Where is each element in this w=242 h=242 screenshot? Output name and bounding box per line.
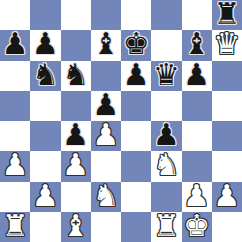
white-pawn-c3[interactable]: ♟ <box>62 150 89 180</box>
square-b1[interactable] <box>30 212 60 242</box>
square-a5[interactable] <box>0 91 30 121</box>
square-h4[interactable] <box>212 121 242 151</box>
square-a1[interactable]: ♜ <box>0 212 30 242</box>
square-f6[interactable]: ♛ <box>151 61 181 91</box>
black-queen-f6[interactable]: ♛ <box>153 60 180 90</box>
square-d1[interactable] <box>91 212 121 242</box>
white-rook-a1[interactable]: ♜ <box>2 211 29 241</box>
white-pawn-b2[interactable]: ♟ <box>32 181 59 211</box>
black-bishop-g7[interactable]: ♝ <box>183 29 210 59</box>
white-pawn-d4[interactable]: ♟ <box>92 120 119 150</box>
square-d4[interactable]: ♟ <box>91 121 121 151</box>
black-pawn-c4[interactable]: ♟ <box>62 120 89 150</box>
square-c6[interactable]: ♞ <box>61 61 91 91</box>
black-king-e7[interactable]: ♚ <box>123 29 150 59</box>
square-h2[interactable]: ♟ <box>212 182 242 212</box>
square-f8[interactable] <box>151 0 181 30</box>
square-g1[interactable]: ♚ <box>182 212 212 242</box>
white-knight-f3[interactable]: ♞ <box>153 150 180 180</box>
square-b6[interactable]: ♞ <box>30 61 60 91</box>
black-pawn-g6[interactable]: ♟ <box>183 60 210 90</box>
square-h1[interactable] <box>212 212 242 242</box>
white-pawn-h2[interactable]: ♟ <box>213 181 240 211</box>
square-e6[interactable]: ♟ <box>121 61 151 91</box>
square-a6[interactable] <box>0 61 30 91</box>
square-a3[interactable]: ♟ <box>0 151 30 181</box>
square-a7[interactable]: ♟ <box>0 30 30 60</box>
square-b5[interactable] <box>30 91 60 121</box>
white-queen-h7[interactable]: ♛ <box>213 29 240 59</box>
square-h5[interactable] <box>212 91 242 121</box>
square-h6[interactable] <box>212 61 242 91</box>
black-knight-b6[interactable]: ♞ <box>32 60 59 90</box>
square-f3[interactable]: ♞ <box>151 151 181 181</box>
square-h7[interactable]: ♛ <box>212 30 242 60</box>
black-knight-c6[interactable]: ♞ <box>62 60 89 90</box>
white-rook-f1[interactable]: ♜ <box>153 211 180 241</box>
square-g4[interactable] <box>182 121 212 151</box>
white-king-g1[interactable]: ♚ <box>183 211 210 241</box>
black-pawn-e6[interactable]: ♟ <box>123 60 150 90</box>
black-pawn-f4[interactable]: ♟ <box>153 120 180 150</box>
square-g5[interactable] <box>182 91 212 121</box>
black-pawn-b7[interactable]: ♟ <box>32 29 59 59</box>
square-d7[interactable]: ♝ <box>91 30 121 60</box>
square-c1[interactable]: ♝ <box>61 212 91 242</box>
white-bishop-c1[interactable]: ♝ <box>62 211 89 241</box>
square-e1[interactable] <box>121 212 151 242</box>
square-b2[interactable]: ♟ <box>30 182 60 212</box>
black-pawn-d5[interactable]: ♟ <box>92 90 119 120</box>
white-knight-d2[interactable]: ♞ <box>92 181 119 211</box>
black-rook-h8[interactable]: ♜ <box>213 0 240 29</box>
square-e4[interactable] <box>121 121 151 151</box>
square-b4[interactable] <box>30 121 60 151</box>
square-c8[interactable] <box>61 0 91 30</box>
black-pawn-a7[interactable]: ♟ <box>2 29 29 59</box>
square-e2[interactable] <box>121 182 151 212</box>
white-pawn-g2[interactable]: ♟ <box>183 181 210 211</box>
black-bishop-d7[interactable]: ♝ <box>92 29 119 59</box>
square-e5[interactable] <box>121 91 151 121</box>
square-f1[interactable]: ♜ <box>151 212 181 242</box>
chess-board: ♜♟♟♝♚♝♛♞♞♟♛♟♟♟♟♟♟♟♞♟♞♟♟♜♝♜♚ <box>0 0 242 242</box>
white-pawn-a3[interactable]: ♟ <box>2 150 29 180</box>
square-g6[interactable]: ♟ <box>182 61 212 91</box>
square-e3[interactable] <box>121 151 151 181</box>
square-c3[interactable]: ♟ <box>61 151 91 181</box>
square-d2[interactable]: ♞ <box>91 182 121 212</box>
